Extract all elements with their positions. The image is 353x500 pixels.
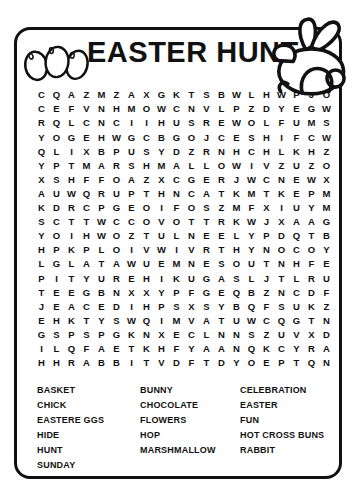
grid-cell-r6c9[interactable]: M	[154, 158, 169, 172]
grid-cell-r14c17[interactable]: T	[274, 271, 289, 285]
grid-cell-r17c10[interactable]: M	[169, 314, 184, 328]
grid-cell-r13c4[interactable]: A	[79, 257, 94, 271]
grid-cell-r14c6[interactable]: R	[109, 271, 124, 285]
grid-cell-r14c15[interactable]: L	[244, 271, 259, 285]
grid-cell-r3c6[interactable]: C	[109, 116, 124, 130]
grid-cell-r14c2[interactable]: I	[49, 271, 64, 285]
grid-cell-r14c13[interactable]: A	[214, 271, 229, 285]
grid-cell-r9c14[interactable]: M	[229, 201, 244, 215]
grid-cell-r18c1[interactable]: G	[34, 328, 49, 342]
grid-cell-r6c1[interactable]: Y	[34, 158, 49, 172]
grid-cell-r20c13[interactable]: D	[214, 356, 229, 370]
grid-cell-r9c2[interactable]: D	[49, 201, 64, 215]
grid-cell-r9c16[interactable]: X	[259, 201, 274, 215]
grid-cell-r20c7[interactable]: I	[124, 356, 139, 370]
grid-cell-r11c9[interactable]: U	[154, 229, 169, 243]
grid-cell-r11c5[interactable]: W	[94, 229, 109, 243]
grid-cell-r11c15[interactable]: Y	[244, 229, 259, 243]
grid-cell-r19c7[interactable]: T	[124, 342, 139, 356]
grid-cell-r7c13[interactable]: R	[214, 173, 229, 187]
grid-cell-r15c5[interactable]: B	[94, 285, 109, 299]
grid-cell-r19c18[interactable]: Y	[289, 342, 304, 356]
grid-cell-r10c17[interactable]: X	[274, 215, 289, 229]
grid-cell-r7c12[interactable]: E	[199, 173, 214, 187]
grid-cell-r5c7[interactable]: U	[124, 144, 139, 158]
grid-cell-r15c15[interactable]: B	[244, 285, 259, 299]
grid-cell-r4c19[interactable]: C	[304, 130, 319, 144]
grid-cell-r4c2[interactable]: O	[49, 130, 64, 144]
grid-cell-r17c13[interactable]: T	[214, 314, 229, 328]
grid-cell-r4c12[interactable]: J	[199, 130, 214, 144]
grid-cell-r14c9[interactable]: I	[154, 271, 169, 285]
grid-cell-r18c2[interactable]: S	[49, 328, 64, 342]
grid-cell-r13c20[interactable]: E	[319, 257, 334, 271]
grid-cell-r12c3[interactable]: K	[64, 243, 79, 257]
grid-cell-r11c20[interactable]: B	[319, 229, 334, 243]
grid-cell-r8c2[interactable]: U	[49, 187, 64, 201]
grid-cell-r15c2[interactable]: E	[49, 285, 64, 299]
grid-cell-r18c6[interactable]: G	[109, 328, 124, 342]
grid-cell-r14c8[interactable]: H	[139, 271, 154, 285]
grid-cell-r6c11[interactable]: L	[184, 158, 199, 172]
grid-cell-r9c4[interactable]: C	[79, 201, 94, 215]
grid-cell-r14c3[interactable]: T	[64, 271, 79, 285]
grid-cell-r18c11[interactable]: C	[184, 328, 199, 342]
grid-cell-r15c4[interactable]: G	[79, 285, 94, 299]
grid-cell-r15c1[interactable]: T	[34, 285, 49, 299]
grid-cell-r12c16[interactable]: N	[259, 243, 274, 257]
grid-cell-r16c1[interactable]: J	[34, 299, 49, 313]
grid-cell-r3c11[interactable]: S	[184, 116, 199, 130]
grid-cell-r3c4[interactable]: C	[79, 116, 94, 130]
grid-cell-r11c14[interactable]: L	[229, 229, 244, 243]
grid-cell-r8c18[interactable]: E	[289, 187, 304, 201]
grid-cell-r1c16[interactable]: H	[259, 88, 274, 102]
grid-cell-r17c9[interactable]: I	[154, 314, 169, 328]
grid-cell-r13c5[interactable]: T	[94, 257, 109, 271]
grid-cell-r5c3[interactable]: I	[64, 144, 79, 158]
grid-cell-r8c1[interactable]: A	[34, 187, 49, 201]
grid-cell-r19c16[interactable]: K	[259, 342, 274, 356]
grid-cell-r1c1[interactable]: C	[34, 88, 49, 102]
grid-cell-r16c18[interactable]: U	[289, 299, 304, 313]
grid-cell-r19c4[interactable]: F	[79, 342, 94, 356]
grid-cell-r14c12[interactable]: G	[199, 271, 214, 285]
grid-cell-r10c10[interactable]: O	[169, 215, 184, 229]
grid-cell-r2c8[interactable]: O	[139, 102, 154, 116]
grid-cell-r9c8[interactable]: O	[139, 201, 154, 215]
grid-cell-r4c14[interactable]: E	[229, 130, 244, 144]
grid-cell-r10c16[interactable]: J	[259, 215, 274, 229]
grid-cell-r1c11[interactable]: T	[184, 88, 199, 102]
grid-cell-r12c10[interactable]: I	[169, 243, 184, 257]
grid-cell-r17c15[interactable]: W	[244, 314, 259, 328]
grid-cell-r16c16[interactable]: F	[259, 299, 274, 313]
grid-cell-r18c20[interactable]: D	[319, 328, 334, 342]
grid-cell-r18c3[interactable]: P	[64, 328, 79, 342]
grid-cell-r11c19[interactable]: T	[304, 229, 319, 243]
grid-cell-r13c1[interactable]: L	[34, 257, 49, 271]
grid-cell-r13c16[interactable]: T	[259, 257, 274, 271]
grid-cell-r6c3[interactable]: T	[64, 158, 79, 172]
grid-cell-r4c3[interactable]: G	[64, 130, 79, 144]
grid-cell-r18c17[interactable]: U	[274, 328, 289, 342]
grid-cell-r7c14[interactable]: J	[229, 173, 244, 187]
grid-cell-r15c18[interactable]: C	[289, 285, 304, 299]
grid-cell-r6c17[interactable]: Z	[274, 158, 289, 172]
grid-cell-r19c19[interactable]: R	[304, 342, 319, 356]
grid-cell-r6c5[interactable]: A	[94, 158, 109, 172]
grid-cell-r7c11[interactable]: G	[184, 173, 199, 187]
grid-cell-r9c18[interactable]: U	[289, 201, 304, 215]
grid-cell-r17c18[interactable]: G	[289, 314, 304, 328]
grid-cell-r6c7[interactable]: S	[124, 158, 139, 172]
grid-cell-r4c17[interactable]: I	[274, 130, 289, 144]
grid-cell-r7c8[interactable]: Z	[139, 173, 154, 187]
grid-cell-r8c11[interactable]: C	[184, 187, 199, 201]
grid-cell-r2c7[interactable]: M	[124, 102, 139, 116]
grid-cell-r4c18[interactable]: F	[289, 130, 304, 144]
grid-cell-r7c18[interactable]: E	[289, 173, 304, 187]
grid-cell-r19c2[interactable]: L	[49, 342, 64, 356]
grid-cell-r3c18[interactable]: U	[289, 116, 304, 130]
grid-cell-r10c7[interactable]: C	[124, 215, 139, 229]
grid-cell-r10c3[interactable]: T	[64, 215, 79, 229]
grid-cell-r14c19[interactable]: R	[304, 271, 319, 285]
grid-cell-r19c15[interactable]: Q	[244, 342, 259, 356]
grid-cell-r6c10[interactable]: A	[169, 158, 184, 172]
grid-cell-r4c13[interactable]: C	[214, 130, 229, 144]
grid-cell-r10c11[interactable]: T	[184, 215, 199, 229]
grid-cell-r10c19[interactable]: A	[304, 215, 319, 229]
grid-cell-r16c10[interactable]: S	[169, 299, 184, 313]
grid-cell-r4c9[interactable]: B	[154, 130, 169, 144]
grid-cell-r15c16[interactable]: Z	[259, 285, 274, 299]
grid-cell-r11c16[interactable]: P	[259, 229, 274, 243]
grid-cell-r18c13[interactable]: N	[214, 328, 229, 342]
grid-cell-r8c7[interactable]: P	[124, 187, 139, 201]
grid-cell-r1c20[interactable]: O	[319, 88, 334, 102]
grid-cell-r15c14[interactable]: Q	[229, 285, 244, 299]
grid-cell-r14c5[interactable]: U	[94, 271, 109, 285]
grid-cell-r3c9[interactable]: H	[154, 116, 169, 130]
grid-cell-r8c15[interactable]: M	[244, 187, 259, 201]
grid-cell-r1c8[interactable]: X	[139, 88, 154, 102]
grid-cell-r14c16[interactable]: J	[259, 271, 274, 285]
grid-cell-r7c19[interactable]: W	[304, 173, 319, 187]
grid-cell-r5c2[interactable]: L	[49, 144, 64, 158]
grid-cell-r8c16[interactable]: T	[259, 187, 274, 201]
grid-cell-r15c19[interactable]: D	[304, 285, 319, 299]
grid-cell-r1c5[interactable]: M	[94, 88, 109, 102]
grid-cell-r6c12[interactable]: L	[199, 158, 214, 172]
grid-cell-r16c2[interactable]: E	[49, 299, 64, 313]
grid-cell-r20c18[interactable]: T	[289, 356, 304, 370]
grid-cell-r5c17[interactable]: L	[274, 144, 289, 158]
grid-cell-r2c20[interactable]: W	[319, 102, 334, 116]
grid-cell-r17c1[interactable]: E	[34, 314, 49, 328]
grid-cell-r5c20[interactable]: Z	[319, 144, 334, 158]
grid-cell-r17c2[interactable]: H	[49, 314, 64, 328]
grid-cell-r7c3[interactable]: H	[64, 173, 79, 187]
grid-cell-r20c12[interactable]: T	[199, 356, 214, 370]
grid-cell-r17c6[interactable]: S	[109, 314, 124, 328]
grid-cell-r5c6[interactable]: P	[109, 144, 124, 158]
grid-cell-r14c18[interactable]: L	[289, 271, 304, 285]
grid-cell-r4c6[interactable]: W	[109, 130, 124, 144]
grid-cell-r6c2[interactable]: P	[49, 158, 64, 172]
grid-cell-r6c8[interactable]: H	[139, 158, 154, 172]
grid-cell-r15c20[interactable]: F	[319, 285, 334, 299]
grid-cell-r2c15[interactable]: Z	[244, 102, 259, 116]
grid-cell-r2c1[interactable]: C	[34, 102, 49, 116]
grid-cell-r20c5[interactable]: B	[94, 356, 109, 370]
grid-cell-r3c14[interactable]: W	[229, 116, 244, 130]
grid-cell-r18c9[interactable]: X	[154, 328, 169, 342]
grid-cell-r12c12[interactable]: R	[199, 243, 214, 257]
grid-cell-r19c3[interactable]: Q	[64, 342, 79, 356]
grid-cell-r7c20[interactable]: X	[319, 173, 334, 187]
grid-cell-r13c8[interactable]: U	[139, 257, 154, 271]
grid-cell-r7c5[interactable]: F	[94, 173, 109, 187]
grid-cell-r7c16[interactable]: C	[259, 173, 274, 187]
grid-cell-r7c2[interactable]: S	[49, 173, 64, 187]
grid-cell-r13c17[interactable]: N	[274, 257, 289, 271]
grid-cell-r12c14[interactable]: H	[229, 243, 244, 257]
grid-cell-r20c15[interactable]: O	[244, 356, 259, 370]
grid-cell-r18c14[interactable]: N	[229, 328, 244, 342]
grid-cell-r5c8[interactable]: S	[139, 144, 154, 158]
grid-cell-r12c5[interactable]: L	[94, 243, 109, 257]
grid-cell-r11c17[interactable]: D	[274, 229, 289, 243]
grid-cell-r11c1[interactable]: Y	[34, 229, 49, 243]
grid-cell-r5c19[interactable]: H	[304, 144, 319, 158]
grid-cell-r2c19[interactable]: G	[304, 102, 319, 116]
grid-cell-r5c11[interactable]: Z	[184, 144, 199, 158]
grid-cell-r15c13[interactable]: E	[214, 285, 229, 299]
grid-cell-r13c9[interactable]: E	[154, 257, 169, 271]
grid-cell-r17c14[interactable]: U	[229, 314, 244, 328]
grid-cell-r15c3[interactable]: E	[64, 285, 79, 299]
grid-cell-r4c7[interactable]: G	[124, 130, 139, 144]
grid-cell-r16c15[interactable]: Q	[244, 299, 259, 313]
grid-cell-r16c11[interactable]: X	[184, 299, 199, 313]
grid-cell-r3c20[interactable]: S	[319, 116, 334, 130]
grid-cell-r3c1[interactable]: R	[34, 116, 49, 130]
grid-cell-r18c5[interactable]: P	[94, 328, 109, 342]
grid-cell-r3c5[interactable]: N	[94, 116, 109, 130]
grid-cell-r3c13[interactable]: E	[214, 116, 229, 130]
grid-cell-r8c5[interactable]: R	[94, 187, 109, 201]
grid-cell-r8c8[interactable]: T	[139, 187, 154, 201]
grid-cell-r7c1[interactable]: X	[34, 173, 49, 187]
grid-cell-r1c6[interactable]: Z	[109, 88, 124, 102]
grid-cell-r16c19[interactable]: K	[304, 299, 319, 313]
grid-cell-r10c15[interactable]: W	[244, 215, 259, 229]
grid-cell-r12c8[interactable]: V	[139, 243, 154, 257]
grid-cell-r10c12[interactable]: T	[199, 215, 214, 229]
grid-cell-r5c9[interactable]: Y	[154, 144, 169, 158]
grid-cell-r8c20[interactable]: M	[319, 187, 334, 201]
grid-cell-r6c19[interactable]: Z	[304, 158, 319, 172]
grid-cell-r10c14[interactable]: K	[229, 215, 244, 229]
grid-cell-r6c13[interactable]: O	[214, 158, 229, 172]
grid-cell-r4c16[interactable]: H	[259, 130, 274, 144]
grid-cell-r13c11[interactable]: N	[184, 257, 199, 271]
grid-cell-r1c18[interactable]: P	[289, 88, 304, 102]
grid-cell-r7c10[interactable]: C	[169, 173, 184, 187]
grid-cell-r11c4[interactable]: H	[79, 229, 94, 243]
grid-cell-r20c11[interactable]: F	[184, 356, 199, 370]
grid-cell-r1c3[interactable]: A	[64, 88, 79, 102]
grid-cell-r13c19[interactable]: F	[304, 257, 319, 271]
grid-cell-r17c5[interactable]: Y	[94, 314, 109, 328]
grid-cell-r1c15[interactable]: L	[244, 88, 259, 102]
grid-cell-r20c19[interactable]: Q	[304, 356, 319, 370]
grid-cell-r16c17[interactable]: S	[274, 299, 289, 313]
grid-cell-r17c4[interactable]: T	[79, 314, 94, 328]
grid-cell-r4c1[interactable]: Y	[34, 130, 49, 144]
grid-cell-r20c17[interactable]: P	[274, 356, 289, 370]
grid-cell-r4c5[interactable]: H	[94, 130, 109, 144]
grid-cell-r18c16[interactable]: Z	[259, 328, 274, 342]
grid-cell-r11c11[interactable]: N	[184, 229, 199, 243]
grid-cell-r12c2[interactable]: P	[49, 243, 64, 257]
grid-cell-r11c8[interactable]: T	[139, 229, 154, 243]
grid-cell-r2c12[interactable]: V	[199, 102, 214, 116]
grid-cell-r9c6[interactable]: G	[109, 201, 124, 215]
grid-cell-r19c10[interactable]: F	[169, 342, 184, 356]
grid-cell-r13c3[interactable]: L	[64, 257, 79, 271]
grid-cell-r9c19[interactable]: Y	[304, 201, 319, 215]
grid-cell-r8c6[interactable]: U	[109, 187, 124, 201]
grid-cell-r12c11[interactable]: V	[184, 243, 199, 257]
grid-cell-r18c7[interactable]: K	[124, 328, 139, 342]
grid-cell-r4c4[interactable]: E	[79, 130, 94, 144]
grid-cell-r8c4[interactable]: Q	[79, 187, 94, 201]
grid-cell-r7c9[interactable]: X	[154, 173, 169, 187]
grid-cell-r1c13[interactable]: B	[214, 88, 229, 102]
grid-cell-r12c4[interactable]: P	[79, 243, 94, 257]
grid-cell-r13c14[interactable]: O	[229, 257, 244, 271]
grid-cell-r16c7[interactable]: I	[124, 299, 139, 313]
grid-cell-r1c19[interactable]: J	[304, 88, 319, 102]
grid-cell-r19c9[interactable]: H	[154, 342, 169, 356]
grid-cell-r4c10[interactable]: G	[169, 130, 184, 144]
grid-cell-r10c6[interactable]: C	[109, 215, 124, 229]
grid-cell-r2c9[interactable]: W	[154, 102, 169, 116]
grid-cell-r14c1[interactable]: P	[34, 271, 49, 285]
grid-cell-r2c5[interactable]: N	[94, 102, 109, 116]
grid-cell-r2c16[interactable]: D	[259, 102, 274, 116]
grid-cell-r12c7[interactable]: I	[124, 243, 139, 257]
grid-cell-r9c5[interactable]: P	[94, 201, 109, 215]
grid-cell-r11c13[interactable]: E	[214, 229, 229, 243]
grid-cell-r12c1[interactable]: H	[34, 243, 49, 257]
grid-cell-r17c20[interactable]: N	[319, 314, 334, 328]
grid-cell-r18c18[interactable]: V	[289, 328, 304, 342]
grid-cell-r5c15[interactable]: C	[244, 144, 259, 158]
grid-cell-r19c8[interactable]: K	[139, 342, 154, 356]
grid-cell-r10c9[interactable]: V	[154, 215, 169, 229]
grid-cell-r20c8[interactable]: T	[139, 356, 154, 370]
grid-cell-r15c6[interactable]: N	[109, 285, 124, 299]
grid-cell-r6c15[interactable]: I	[244, 158, 259, 172]
grid-cell-r20c1[interactable]: H	[34, 356, 49, 370]
grid-cell-r8c10[interactable]: N	[169, 187, 184, 201]
grid-cell-r2c11[interactable]: N	[184, 102, 199, 116]
grid-cell-r1c17[interactable]: W	[274, 88, 289, 102]
grid-cell-r20c6[interactable]: B	[109, 356, 124, 370]
grid-cell-r16c3[interactable]: A	[64, 299, 79, 313]
grid-cell-r13c12[interactable]: E	[199, 257, 214, 271]
grid-cell-r8c9[interactable]: H	[154, 187, 169, 201]
grid-cell-r2c18[interactable]: E	[289, 102, 304, 116]
grid-cell-r2c17[interactable]: Y	[274, 102, 289, 116]
grid-cell-r1c14[interactable]: W	[229, 88, 244, 102]
grid-cell-r9c3[interactable]: R	[64, 201, 79, 215]
grid-cell-r15c7[interactable]: X	[124, 285, 139, 299]
grid-cell-r10c1[interactable]: S	[34, 215, 49, 229]
grid-cell-r20c16[interactable]: E	[259, 356, 274, 370]
grid-cell-r15c11[interactable]: F	[184, 285, 199, 299]
grid-cell-r9c13[interactable]: Z	[214, 201, 229, 215]
grid-cell-r10c13[interactable]: R	[214, 215, 229, 229]
grid-cell-r4c20[interactable]: W	[319, 130, 334, 144]
grid-cell-r17c11[interactable]: V	[184, 314, 199, 328]
grid-cell-r5c13[interactable]: N	[214, 144, 229, 158]
grid-cell-r17c8[interactable]: Q	[139, 314, 154, 328]
grid-cell-r10c20[interactable]: G	[319, 215, 334, 229]
grid-cell-r9c9[interactable]: I	[154, 201, 169, 215]
grid-cell-r12c18[interactable]: C	[289, 243, 304, 257]
grid-cell-r6c4[interactable]: M	[79, 158, 94, 172]
grid-cell-r19c5[interactable]: A	[94, 342, 109, 356]
grid-cell-r16c20[interactable]: Z	[319, 299, 334, 313]
grid-cell-r20c20[interactable]: N	[319, 356, 334, 370]
grid-cell-r9c17[interactable]: I	[274, 201, 289, 215]
grid-cell-r19c20[interactable]: A	[319, 342, 334, 356]
grid-cell-r3c12[interactable]: R	[199, 116, 214, 130]
grid-cell-r19c11[interactable]: Y	[184, 342, 199, 356]
grid-cell-r20c14[interactable]: Y	[229, 356, 244, 370]
grid-cell-r3c17[interactable]: F	[274, 116, 289, 130]
grid-cell-r12c15[interactable]: Y	[244, 243, 259, 257]
grid-cell-r11c6[interactable]: O	[109, 229, 124, 243]
grid-cell-r13c10[interactable]: M	[169, 257, 184, 271]
grid-cell-r7c15[interactable]: W	[244, 173, 259, 187]
grid-cell-r5c5[interactable]: B	[94, 144, 109, 158]
grid-cell-r16c12[interactable]: S	[199, 299, 214, 313]
grid-cell-r18c12[interactable]: L	[199, 328, 214, 342]
grid-cell-r9c7[interactable]: E	[124, 201, 139, 215]
grid-cell-r15c9[interactable]: Y	[154, 285, 169, 299]
grid-cell-r16c9[interactable]: P	[154, 299, 169, 313]
grid-cell-r9c11[interactable]: O	[184, 201, 199, 215]
grid-cell-r13c2[interactable]: G	[49, 257, 64, 271]
grid-cell-r18c8[interactable]: N	[139, 328, 154, 342]
grid-cell-r3c7[interactable]: I	[124, 116, 139, 130]
grid-cell-r10c8[interactable]: O	[139, 215, 154, 229]
grid-cell-r17c19[interactable]: T	[304, 314, 319, 328]
grid-cell-r17c12[interactable]: A	[199, 314, 214, 328]
grid-cell-r11c7[interactable]: Z	[124, 229, 139, 243]
grid-cell-r18c10[interactable]: E	[169, 328, 184, 342]
grid-cell-r2c6[interactable]: H	[109, 102, 124, 116]
grid-cell-r16c4[interactable]: C	[79, 299, 94, 313]
grid-cell-r18c15[interactable]: S	[244, 328, 259, 342]
grid-cell-r16c6[interactable]: D	[109, 299, 124, 313]
